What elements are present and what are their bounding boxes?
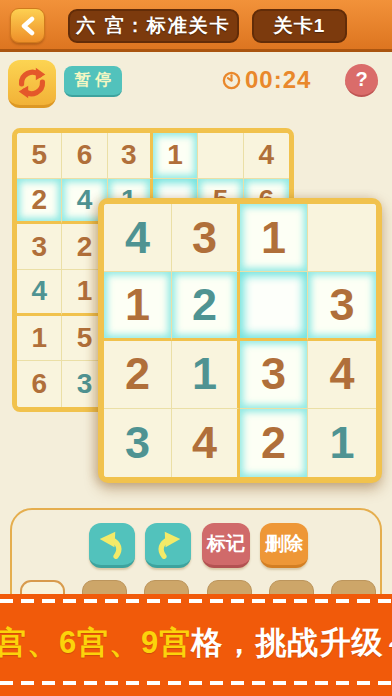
pause-button[interactable]: 暂停 [64,66,122,97]
cell-r3c2[interactable]: 1 [172,341,240,409]
timer-value: 00:24 [245,66,311,94]
cell-r4c4[interactable]: 1 [308,409,376,477]
board-4x4: 43112321343421 [98,198,382,483]
cell-r1c4[interactable]: 1 [153,133,198,179]
undo-button[interactable] [89,523,135,568]
level-badge: 关卡1 [252,9,347,43]
back-button[interactable] [10,8,45,43]
cell-r1c2[interactable]: 3 [172,204,240,272]
refresh-icon [13,64,51,102]
top-bar: 六 宫：标准关卡 关卡1 [0,0,392,52]
banner-dash-top [0,599,392,603]
cell-r1c3[interactable]: 3 [108,133,153,179]
redo-button[interactable] [145,523,191,568]
cell-r2c3[interactable] [240,272,308,340]
cell-r2c4[interactable]: 3 [308,272,376,340]
cell-r4c3[interactable]: 2 [240,409,308,477]
page-title: 六 宫：标准关卡 [68,9,239,43]
clock-icon [221,70,242,91]
cell-r3c1[interactable]: 2 [104,341,172,409]
cell-r2c1[interactable]: 2 [17,179,62,225]
cell-r3c1[interactable]: 3 [17,224,62,270]
cell-r6c1[interactable]: 6 [17,361,62,407]
cell-r3c3[interactable]: 3 [240,341,308,409]
cell-r2c2[interactable]: 2 [172,272,240,340]
restart-button[interactable] [8,60,56,108]
undo-arrow-icon [94,526,130,562]
cell-r1c1[interactable]: 5 [17,133,62,179]
cell-r5c1[interactable]: 1 [17,316,62,362]
cell-r4c2[interactable]: 4 [172,409,240,477]
board-4x4-grid: 43112321343421 [104,204,376,477]
help-button[interactable]: ? [345,64,378,97]
banner-dash-bottom [0,681,392,685]
cell-r1c4[interactable] [308,204,376,272]
cell-r1c3[interactable]: 1 [240,204,308,272]
redo-arrow-icon [150,526,186,562]
cell-r1c1[interactable]: 4 [104,204,172,272]
back-chevron-icon [19,16,37,36]
cell-r2c1[interactable]: 1 [104,272,172,340]
cell-r1c2[interactable]: 6 [62,133,107,179]
promo-banner: 4宫、6宫、9宫格，挑战升级～ [0,594,392,696]
timer: 00:24 [221,64,311,96]
banner-segment-1: 4宫、6宫、9宫 [0,625,191,660]
banner-text: 4宫、6宫、9宫格，挑战升级～ [0,622,392,664]
delete-button[interactable]: 删除 [260,523,308,568]
banner-segment-2: 格，挑战升级～ [191,625,392,660]
cell-r4c1[interactable]: 3 [104,409,172,477]
cell-r4c1[interactable]: 4 [17,270,62,316]
cell-r1c6[interactable]: 4 [244,133,289,179]
cell-r3c4[interactable]: 4 [308,341,376,409]
action-row: 标记 删除 [12,523,380,569]
mark-button[interactable]: 标记 [202,523,250,568]
cell-r1c5[interactable] [198,133,243,179]
